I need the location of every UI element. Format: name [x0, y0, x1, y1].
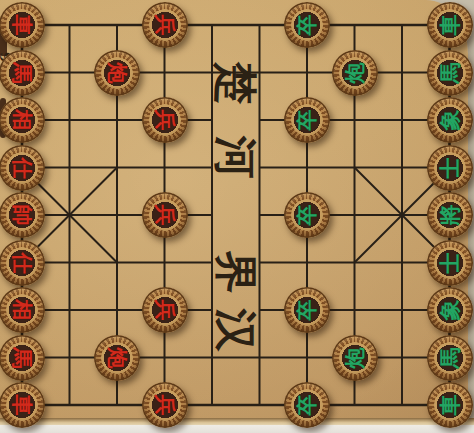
red-soldier-glyph: 兵	[142, 97, 188, 143]
red-elephant-glyph: 相	[0, 97, 45, 143]
piece-green-soldier-c6r6[interactable]: 卒	[284, 287, 330, 333]
green-horse-glyph: 馬	[427, 50, 473, 96]
red-cannon-glyph: 炮	[94, 335, 140, 381]
piece-green-chariot-c9r0[interactable]: 車	[427, 2, 473, 48]
piece-green-chariot-c9r8[interactable]: 車	[427, 382, 473, 428]
red-horse-glyph: 馬	[0, 50, 45, 96]
piece-green-soldier-c6r2[interactable]: 卒	[284, 97, 330, 143]
green-soldier-glyph: 卒	[284, 382, 330, 428]
green-advisor-glyph: 士	[427, 145, 473, 191]
green-soldier-glyph: 卒	[284, 192, 330, 238]
piece-green-advisor-c9r3[interactable]: 士	[427, 145, 473, 191]
piece-red-soldier-c3r8[interactable]: 兵	[142, 382, 188, 428]
piece-red-advisor-c0r3[interactable]: 仕	[0, 145, 45, 191]
piece-red-soldier-c3r0[interactable]: 兵	[142, 2, 188, 48]
piece-green-horse-c9r1[interactable]: 馬	[427, 50, 473, 96]
green-elephant-glyph: 象	[427, 287, 473, 333]
green-advisor-glyph: 士	[427, 240, 473, 286]
green-soldier-glyph: 卒	[284, 287, 330, 333]
green-general-glyph: 將	[427, 192, 473, 238]
piece-green-elephant-c9r2[interactable]: 象	[427, 97, 473, 143]
piece-green-cannon-c7r7[interactable]: 炮	[332, 335, 378, 381]
piece-red-chariot-c0r0[interactable]: 車	[0, 2, 45, 48]
red-elephant-glyph: 相	[0, 287, 45, 333]
piece-red-advisor-c0r5[interactable]: 仕	[0, 240, 45, 286]
red-soldier-glyph: 兵	[142, 192, 188, 238]
photo-stage: 楚 河 界 汉 9 車兵卒車馬炮炮馬相兵卒象仕士帥兵卒將仕士相兵卒象馬炮炮馬車兵…	[0, 0, 474, 433]
piece-green-general-c9r4[interactable]: 將	[427, 192, 473, 238]
green-soldier-glyph: 卒	[284, 2, 330, 48]
green-cannon-glyph: 炮	[332, 50, 378, 96]
piece-red-chariot-c0r8[interactable]: 車	[0, 382, 45, 428]
piece-red-elephant-c0r2[interactable]: 相	[0, 97, 45, 143]
green-horse-glyph: 馬	[427, 335, 473, 381]
piece-green-soldier-c6r8[interactable]: 卒	[284, 382, 330, 428]
piece-red-soldier-c3r6[interactable]: 兵	[142, 287, 188, 333]
green-cannon-glyph: 炮	[332, 335, 378, 381]
red-horse-glyph: 馬	[0, 335, 45, 381]
piece-red-soldier-c3r2[interactable]: 兵	[142, 97, 188, 143]
piece-green-horse-c9r7[interactable]: 馬	[427, 335, 473, 381]
red-chariot-glyph: 車	[0, 382, 45, 428]
piece-red-horse-c0r7[interactable]: 馬	[0, 335, 45, 381]
river-label-he: 河	[213, 134, 259, 180]
piece-red-soldier-c3r4[interactable]: 兵	[142, 192, 188, 238]
piece-red-cannon-c2r7[interactable]: 炮	[94, 335, 140, 381]
piece-green-cannon-c7r1[interactable]: 炮	[332, 50, 378, 96]
red-advisor-glyph: 仕	[0, 145, 45, 191]
red-soldier-glyph: 兵	[142, 382, 188, 428]
red-soldier-glyph: 兵	[142, 287, 188, 333]
green-chariot-glyph: 車	[427, 2, 473, 48]
piece-red-horse-c0r1[interactable]: 馬	[0, 50, 45, 96]
piece-green-soldier-c6r0[interactable]: 卒	[284, 2, 330, 48]
river-label-han: 汉	[213, 307, 259, 353]
piece-red-elephant-c0r6[interactable]: 相	[0, 287, 45, 333]
piece-green-soldier-c6r4[interactable]: 卒	[284, 192, 330, 238]
red-cannon-glyph: 炮	[94, 50, 140, 96]
green-chariot-glyph: 車	[427, 382, 473, 428]
piece-red-cannon-c2r1[interactable]: 炮	[94, 50, 140, 96]
river-label-chu: 楚	[213, 60, 259, 106]
red-general-glyph: 帥	[0, 192, 45, 238]
piece-green-elephant-c9r6[interactable]: 象	[427, 287, 473, 333]
red-chariot-glyph: 車	[0, 2, 45, 48]
piece-green-advisor-c9r5[interactable]: 士	[427, 240, 473, 286]
piece-red-general-c0r4[interactable]: 帥	[0, 192, 45, 238]
red-advisor-glyph: 仕	[0, 240, 45, 286]
red-soldier-glyph: 兵	[142, 2, 188, 48]
green-soldier-glyph: 卒	[284, 97, 330, 143]
river-label-jie: 界	[213, 249, 259, 295]
green-elephant-glyph: 象	[427, 97, 473, 143]
